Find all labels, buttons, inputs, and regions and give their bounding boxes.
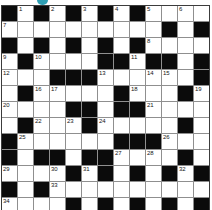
clue-number: 23 [67,118,74,125]
crossword-cell[interactable]: 13 [98,70,113,85]
crossword-cell[interactable] [162,150,177,165]
crossword-cell[interactable]: 32 [178,166,193,181]
crossword-cell [130,166,145,181]
crossword-cell[interactable] [114,118,129,133]
clue-number: 1 [19,6,22,13]
crossword-cell [66,6,81,21]
crossword-cell[interactable] [50,102,65,117]
crossword-cell[interactable] [178,70,193,85]
crossword-cell [114,86,129,101]
clue-number: 6 [179,6,182,13]
crossword-cell [114,134,129,149]
crossword-cell[interactable] [18,102,33,117]
clue-number: 17 [51,86,58,93]
crossword-cell[interactable]: 29 [2,166,17,181]
crossword-cell [2,134,17,149]
crossword-cell [130,38,145,53]
clue-number: 4 [115,6,118,13]
crossword-cell[interactable] [178,102,193,117]
crossword-cell [114,54,129,69]
crossword-cell[interactable] [114,182,129,197]
crossword-cell [50,150,65,165]
clue-number: 8 [147,38,150,45]
crossword-cell[interactable] [2,86,17,101]
crossword-cell[interactable] [66,134,81,149]
crossword-cell[interactable] [146,166,161,181]
crossword-cell[interactable] [194,182,209,197]
crossword-cell[interactable]: 5 [146,6,161,21]
crossword-cell [66,70,81,85]
crossword-cell [18,54,33,69]
crossword-cell[interactable] [146,182,161,197]
crossword-cell[interactable] [178,182,193,197]
crossword-cell [146,134,161,149]
crossword-cell[interactable] [162,182,177,197]
crossword-cell[interactable]: 4 [114,6,129,21]
clue-number: 29 [3,166,10,173]
crossword-cell[interactable] [34,166,49,181]
clue-number: 5 [147,6,150,13]
crossword-cell [114,102,129,117]
crossword-cell[interactable] [114,22,129,37]
crossword-cell[interactable]: 11 [130,54,145,69]
crossword-cell[interactable] [146,22,161,37]
crossword-cell[interactable] [146,86,161,101]
crossword-cell[interactable] [18,150,33,165]
crossword-cell [2,182,17,197]
clue-number: 27 [115,150,122,157]
crossword-cell[interactable] [18,70,33,85]
crossword-cell[interactable] [18,182,33,197]
crossword-cell[interactable] [130,70,145,85]
clue-number: 16 [35,86,42,93]
crossword-cell [50,70,65,85]
clue-number: 19 [195,86,202,93]
crossword-cell[interactable]: 20 [2,102,17,117]
crossword-cell [162,54,177,69]
crossword-cell[interactable] [82,22,97,37]
crossword-cell[interactable] [194,38,209,53]
clue-number: 7 [3,22,6,29]
crossword-cell[interactable] [162,86,177,101]
crossword-cell [178,118,193,133]
crossword-cell[interactable]: 17 [50,86,65,101]
crossword-cell[interactable] [34,102,49,117]
clue-number: 9 [3,54,6,61]
crossword-cell [194,198,209,210]
crossword-cell [82,118,97,133]
crossword-cell[interactable]: 12 [2,70,17,85]
crossword-cell[interactable] [98,86,113,101]
crossword-cell[interactable]: 2 [50,6,65,21]
crossword-cell[interactable]: 1 [18,6,33,21]
crossword-cell[interactable]: 24 [98,118,113,133]
crossword-cell[interactable] [18,22,33,37]
crossword-cell [162,22,177,37]
crossword-cell[interactable]: 21 [146,102,161,117]
crossword-cell[interactable]: 25 [18,134,33,149]
crossword-cell[interactable] [98,134,113,149]
crossword-cell [178,150,193,165]
clue-number: 15 [163,70,170,77]
crossword-cell [2,6,17,21]
crossword-cell[interactable] [114,38,129,53]
clue-number: 22 [35,118,42,125]
clue-number: 10 [35,54,42,61]
crossword-cell[interactable]: 31 [82,166,97,181]
crossword-cell[interactable] [66,22,81,37]
crossword-cell [34,182,49,197]
crossword-cell [130,198,145,210]
crossword-cell[interactable] [2,118,17,133]
crossword-cell[interactable] [66,182,81,197]
crossword-cell[interactable] [162,6,177,21]
clue-number: 30 [51,166,58,173]
crossword-cell [146,54,161,69]
crossword-cell [66,102,81,117]
crossword-cell[interactable] [34,198,49,210]
crossword-cell[interactable]: 28 [146,150,161,165]
crossword-cell [98,150,113,165]
crossword-cell[interactable] [18,166,33,181]
crossword-cell[interactable] [18,38,33,53]
crossword-cell[interactable] [82,198,97,210]
crossword-cell [66,166,81,181]
crossword-cell [194,70,209,85]
clue-number: 31 [83,166,90,173]
crossword-cell[interactable] [66,86,81,101]
crossword-cell [162,198,177,210]
clue-number: 32 [179,166,186,173]
crossword-cell[interactable] [194,102,209,117]
clue-number: 14 [147,70,154,77]
crossword-cell[interactable] [50,38,65,53]
crossword-cell [2,150,17,165]
crossword-board: 1234567891011121314151617181920212223242… [1,5,210,210]
crossword-cell [178,86,193,101]
crossword-cell [130,102,145,117]
crossword-cell[interactable] [50,134,65,149]
crossword-cell [34,6,49,21]
crossword-cell[interactable]: 22 [34,118,49,133]
crossword-cell [18,86,33,101]
crossword-cell[interactable] [66,150,81,165]
crossword-cell[interactable]: 27 [114,150,129,165]
crossword-cell[interactable]: 34 [2,198,17,210]
crossword-cell[interactable] [162,102,177,117]
crossword-cell[interactable] [34,70,49,85]
crossword-cell [194,22,209,37]
crossword-cell[interactable] [114,166,129,181]
crossword-cell[interactable]: 16 [34,86,49,101]
crossword-cell [34,38,49,53]
crossword-cell[interactable]: 15 [162,70,177,85]
crossword-cell [98,198,113,210]
clue-number: 25 [19,134,26,141]
crossword-cell[interactable]: 9 [2,54,17,69]
clue-number: 3 [83,6,86,13]
crossword-cell[interactable]: 7 [2,22,17,37]
crossword-cell[interactable] [50,54,65,69]
crossword-cell[interactable] [178,38,193,53]
clue-number: 18 [131,86,138,93]
crossword-cell[interactable]: 26 [162,134,177,149]
crossword-cell[interactable] [82,134,97,149]
crossword-cell[interactable] [18,198,33,210]
crossword-cell[interactable]: 19 [194,86,209,101]
crossword-cell[interactable] [194,6,209,21]
clue-number: 34 [3,198,10,205]
crossword-cell[interactable]: 33 [50,182,65,197]
crossword-cell[interactable]: 8 [146,38,161,53]
crossword-cell[interactable] [82,38,97,53]
crossword-cell[interactable] [50,22,65,37]
crossword-cell[interactable] [50,118,65,133]
crossword-cell[interactable] [34,22,49,37]
crossword-cell [130,134,145,149]
crossword-cell[interactable]: 3 [82,6,97,21]
crossword-cell[interactable] [114,198,129,210]
crossword-cell [194,166,209,181]
crossword-cell [82,150,97,165]
crossword-cell[interactable] [130,118,145,133]
crossword-cell[interactable]: 18 [130,86,145,101]
crossword-cell[interactable] [82,86,97,101]
clue-number: 21 [147,102,154,109]
crossword-cell[interactable] [66,54,81,69]
crossword-cell[interactable] [194,118,209,133]
crossword-cell [66,38,81,53]
clue-number: 11 [131,54,137,61]
crossword-cell[interactable] [50,198,65,210]
crossword-cell [98,54,113,69]
crossword-cell[interactable] [130,150,145,165]
clue-number: 20 [3,102,10,109]
crossword-cell[interactable] [194,150,209,165]
crossword-cell[interactable]: 23 [66,118,81,133]
clue-number: 28 [147,150,154,157]
crossword-cell[interactable] [82,182,97,197]
crossword-cell[interactable] [178,134,193,149]
crossword-cell[interactable] [34,134,49,149]
crossword-cell [98,166,113,181]
clue-number: 12 [3,70,10,77]
crossword-cell[interactable] [194,134,209,149]
crossword-cell[interactable] [98,182,113,197]
crossword-cell [34,150,49,165]
crossword-cell[interactable] [178,54,193,69]
crossword-cell [194,54,209,69]
crossword-cell[interactable] [162,118,177,133]
crossword-cell [82,70,97,85]
crossword-cell[interactable]: 30 [50,166,65,181]
clue-number: 33 [51,182,58,189]
crossword-cell [98,38,113,53]
clue-number: 24 [99,118,106,125]
crossword-cell[interactable]: 14 [146,70,161,85]
crossword-cell[interactable]: 10 [34,54,49,69]
crossword-cell[interactable]: 6 [178,6,193,21]
crossword-cell[interactable] [130,182,145,197]
crossword-cell[interactable] [98,102,113,117]
crossword-cell [98,6,113,21]
crossword-cell[interactable] [178,22,193,37]
crossword-cell [2,38,17,53]
clue-number: 2 [51,6,54,13]
crossword-cell[interactable] [82,54,97,69]
clue-number: 13 [99,70,106,77]
crossword-cell [18,118,33,133]
crossword-cell [162,166,177,181]
crossword-cell [130,6,145,21]
crossword-cell[interactable] [146,198,161,210]
crossword-cell[interactable] [146,118,161,133]
crossword-cell [82,102,97,117]
crossword-page: 1234567891011121314151617181920212223242… [0,0,212,210]
crossword-cell[interactable] [98,22,113,37]
crossword-cell[interactable] [130,22,145,37]
crossword-cell[interactable] [162,38,177,53]
crossword-cell [66,198,81,210]
clue-number: 26 [163,134,170,141]
crossword-cell[interactable] [178,198,193,210]
crossword-cell[interactable] [114,70,129,85]
